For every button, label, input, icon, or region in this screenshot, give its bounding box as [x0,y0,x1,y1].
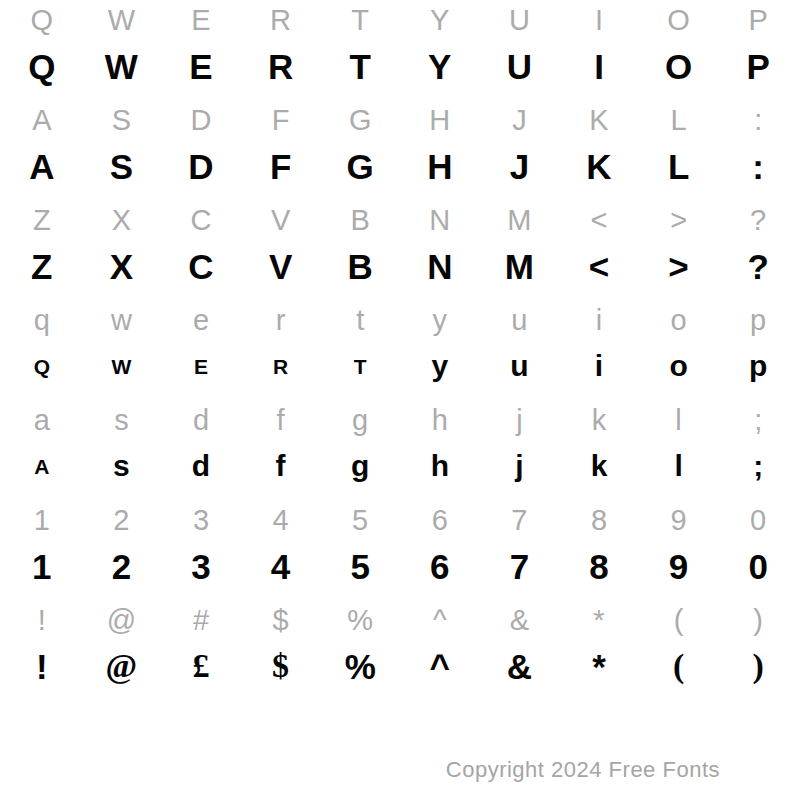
glyph-cell: X [112,206,131,235]
glyph-cell: f [277,406,285,435]
glyph-cell: N [429,206,450,235]
glyph-cell: E [189,49,212,84]
glyph-cell: Q [34,356,50,377]
glyph-cell: 0 [748,549,767,584]
glyph-row-ink-3: QWERTyuiop [2,341,798,391]
glyph-cell: C [188,249,213,284]
glyph-cell: f [276,451,286,481]
glyph-cell: 7 [510,549,529,584]
glyph-cell: @ [107,606,136,635]
footer-copyright-text: Copyright 2024 Free Fonts [446,757,720,783]
glyph-cell: N [427,249,452,284]
glyph-cell: M [507,206,531,235]
glyph-cell: J [510,149,529,184]
glyph-row-ink-2: ZXCVBNM<>? [2,241,798,291]
glyph-cell: # [193,606,209,635]
glyph-cell: Y [430,6,449,35]
glyph-cell: S [110,149,133,184]
glyph-cell: 4 [273,506,289,535]
glyph-cell: G [349,106,372,135]
character-grid: QWERTYUIOPQWERTYUIOPASDFGHJKL:ASDFGHJKL:… [0,0,800,730]
glyph-cell: Z [31,249,52,284]
glyph-cell: & [510,606,529,635]
glyph-cell: 8 [591,506,607,535]
glyph-cell: : [754,106,762,135]
glyph-cell: * [592,649,606,684]
glyph-cell: H [429,106,450,135]
glyph-cell: U [507,49,532,84]
glyph-cell: G [347,149,374,184]
glyph-row-ink-4: Asdfghjkl; [2,441,798,491]
glyph-cell: ! [38,606,46,635]
glyph-row-muted-1: ASDFGHJKL: [2,95,798,145]
glyph-cell: V [271,206,290,235]
glyph-cell: d [193,406,209,435]
glyph-cell: 6 [432,506,448,535]
glyph-cell: ( [674,606,684,635]
glyph-cell: p [749,351,767,381]
glyph-cell: p [750,306,766,335]
glyph-cell: $ [272,649,289,683]
glyph-cell: T [351,6,369,35]
glyph-cell: e [193,306,209,335]
glyph-cell: Q [31,6,54,35]
glyph-cell: o [671,306,687,335]
glyph-cell: V [269,249,292,284]
glyph-cell: w [111,306,132,335]
glyph-cell: r [276,306,286,335]
glyph-cell: Z [33,206,51,235]
glyph-row-muted-0: QWERTYUIOP [2,0,798,45]
glyph-cell: ; [753,451,763,481]
glyph-cell: y [433,306,448,335]
glyph-cell: R [270,6,291,35]
glyph-cell: g [352,406,368,435]
glyph-cell: R [268,49,293,84]
glyph-cell: £ [192,649,209,683]
glyph-cell: ( [673,649,684,683]
glyph-cell: B [351,206,370,235]
glyph-cell: O [665,49,692,84]
glyph-cell: A [29,149,54,184]
glyph-row-ink-5: 1234567890 [2,541,798,591]
glyph-cell: o [669,351,687,381]
glyph-cell: s [114,406,129,435]
glyph-cell: K [589,106,608,135]
glyph-cell: C [191,206,212,235]
glyph-cell: d [192,451,210,481]
glyph-cell: < [589,249,609,284]
glyph-cell: B [348,249,373,284]
glyph-cell: 0 [750,506,766,535]
glyph-cell: : [752,149,764,184]
glyph-cell: l [675,406,681,435]
glyph-cell: A [34,456,49,477]
glyph-cell: F [270,149,291,184]
glyph-cell: y [431,351,448,381]
glyph-cell: 1 [34,506,50,535]
glyph-cell: T [354,356,367,377]
glyph-cell: ; [754,406,762,435]
glyph-cell: I [594,49,604,84]
glyph-cell: W [111,356,131,377]
glyph-cell: a [34,406,50,435]
glyph-cell: J [512,106,527,135]
glyph-cell: A [32,106,51,135]
glyph-cell: u [511,306,527,335]
glyph-row-ink-6: !@£$%^&*() [2,641,798,691]
glyph-cell: 9 [671,506,687,535]
glyph-cell: L [668,149,689,184]
glyph-cell: I [595,6,603,35]
glyph-cell: K [586,149,611,184]
glyph-cell: Y [428,49,451,84]
glyph-cell: h [431,451,449,481]
glyph-cell: @ [106,649,138,683]
glyph-cell: D [188,149,213,184]
glyph-row-muted-5: 1234567890 [2,495,798,545]
glyph-cell: D [191,106,212,135]
glyph-cell: q [34,306,50,335]
glyph-cell: 2 [113,506,129,535]
glyph-cell: > [668,249,688,284]
glyph-cell: g [351,451,369,481]
glyph-cell: S [112,106,131,135]
glyph-cell: s [113,451,130,481]
glyph-cell: ) [753,649,764,683]
glyph-cell: U [509,6,530,35]
glyph-cell: j [515,451,523,481]
glyph-cell: 8 [589,549,608,584]
glyph-cell: W [105,49,138,84]
glyph-cell: 2 [112,549,131,584]
glyph-cell: ^ [433,606,447,635]
glyph-cell: P [749,6,768,35]
glyph-cell: ^ [430,649,450,684]
glyph-cell: 7 [511,506,527,535]
glyph-row-muted-3: qwertyuiop [2,295,798,345]
glyph-cell: j [516,406,522,435]
glyph-cell: X [110,249,133,284]
glyph-cell: H [427,149,452,184]
glyph-cell: t [356,306,364,335]
glyph-cell: 9 [669,549,688,584]
glyph-cell: < [591,206,608,235]
glyph-cell: i [595,351,603,381]
glyph-row-muted-6: !@#$%^&*() [2,595,798,645]
glyph-cell: $ [273,606,289,635]
glyph-cell: L [671,106,687,135]
glyph-cell: > [670,206,687,235]
glyph-cell: ? [750,206,766,235]
glyph-cell: k [591,451,608,481]
glyph-cell: W [108,6,135,35]
glyph-cell: O [667,6,690,35]
glyph-cell: ) [753,606,763,635]
glyph-cell: M [505,249,534,284]
glyph-cell: E [191,6,210,35]
glyph-cell: 5 [352,506,368,535]
glyph-cell: u [510,351,528,381]
glyph-cell: T [349,49,370,84]
glyph-cell: l [674,451,682,481]
glyph-cell: 3 [191,549,210,584]
glyph-cell: * [593,606,604,635]
glyph-cell: 4 [271,549,290,584]
glyph-row-ink-0: QWERTYUIOP [2,41,798,91]
glyph-cell: % [347,606,373,635]
glyph-row-muted-2: ZXCVBNM<>? [2,195,798,245]
glyph-cell: E [194,356,208,377]
glyph-row-muted-4: asdfghjkl; [2,395,798,445]
glyph-cell: P [747,49,770,84]
glyph-cell: 3 [193,506,209,535]
glyph-cell: % [345,649,376,684]
glyph-cell: 6 [430,549,449,584]
glyph-cell: h [432,406,448,435]
glyph-cell: 5 [350,549,369,584]
glyph-cell: R [273,356,288,377]
glyph-cell: i [596,306,602,335]
glyph-cell: ? [747,249,768,284]
glyph-cell: ! [36,649,48,684]
glyph-cell: Q [28,49,55,84]
glyph-row-ink-1: ASDFGHJKL: [2,141,798,191]
glyph-cell: F [272,106,290,135]
glyph-cell: k [592,406,607,435]
glyph-cell: 1 [32,549,51,584]
glyph-cell: & [507,649,532,684]
